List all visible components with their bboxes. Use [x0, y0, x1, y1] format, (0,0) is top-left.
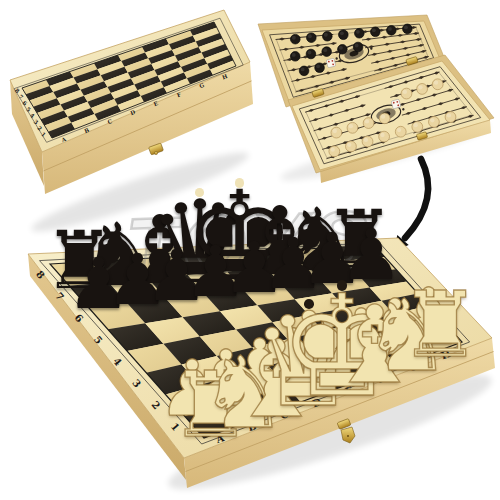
bg-checker-light-2: [346, 141, 357, 152]
bg-checker-black-9: [290, 52, 300, 62]
bg-checker-light-5: [395, 126, 406, 137]
bg-checker-black-8: [403, 24, 413, 34]
bg-checker-light-15: [432, 79, 443, 90]
bg-checker-light-13: [401, 88, 412, 99]
arrow-annotation: [394, 159, 428, 251]
bg-checker-light-1: [329, 146, 340, 157]
bg-checker-black-12: [338, 45, 348, 55]
bg-checker-black-10: [306, 49, 316, 59]
bg-checker-black-2: [307, 33, 317, 43]
bg-checker-black-5: [355, 28, 365, 38]
bg-checker-light-6: [412, 121, 423, 132]
bg-checker-black-11: [322, 47, 332, 57]
bg-checker-light-3: [362, 136, 373, 147]
bg-checker-light-14: [417, 84, 428, 95]
backgammon-die-1: [326, 58, 335, 67]
open-backgammon-box: [258, 15, 494, 183]
bg-checker-light-7: [429, 117, 440, 128]
bg-checker-black-4: [339, 30, 349, 40]
bg-checker-light-12: [379, 113, 390, 124]
scene-graphic: ABCDEFGH12345678ABCDEFGH12345678: [0, 0, 500, 500]
bg-checker-black-6: [371, 27, 381, 37]
bg-checker-light-8: [445, 112, 456, 123]
open-chess-board: ABCDEFGH12345678: [28, 238, 495, 488]
bg-checker-light-11: [363, 118, 374, 129]
bg-checker-black-3: [323, 31, 333, 41]
bg-checker-light-4: [379, 131, 390, 142]
bg-checker-light-10: [347, 122, 358, 133]
arrow-icon: [405, 159, 428, 238]
bg-checker-black-14: [299, 66, 309, 76]
bg-checker-black-7: [387, 26, 397, 36]
backgammon-die-2: [391, 99, 401, 109]
bg-checker-black-15: [315, 63, 325, 73]
bg-checker-black-13: [353, 42, 363, 52]
bg-checker-black-1: [290, 34, 300, 44]
bg-checker-light-9: [331, 127, 342, 138]
product-photo-stage: ABCDEFGH12345678ABCDEFGH12345678 TOYS ♜♞…: [0, 0, 500, 500]
